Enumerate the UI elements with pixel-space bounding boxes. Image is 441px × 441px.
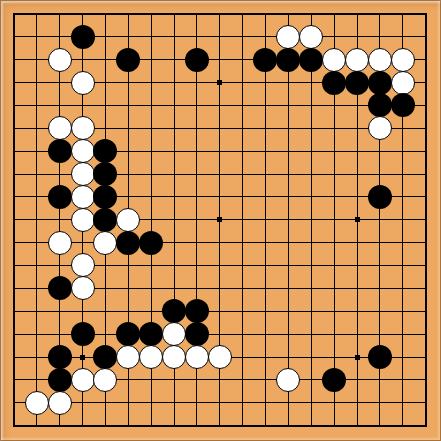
intersection[interactable] [277, 3, 300, 26]
intersection[interactable] [185, 71, 208, 94]
intersection[interactable] [414, 185, 437, 208]
intersection[interactable] [94, 368, 117, 391]
intersection[interactable] [254, 391, 277, 414]
intersection[interactable] [71, 323, 94, 346]
intersection[interactable] [277, 277, 300, 300]
intersection[interactable] [94, 185, 117, 208]
intersection[interactable] [231, 25, 254, 48]
intersection[interactable] [25, 277, 48, 300]
intersection[interactable] [277, 140, 300, 163]
intersection[interactable] [254, 300, 277, 323]
intersection[interactable] [323, 345, 346, 368]
intersection[interactable] [185, 117, 208, 140]
intersection[interactable] [48, 231, 71, 254]
intersection[interactable] [368, 414, 391, 437]
intersection[interactable] [3, 277, 26, 300]
intersection[interactable] [345, 323, 368, 346]
intersection[interactable] [391, 25, 414, 48]
intersection[interactable] [323, 231, 346, 254]
intersection[interactable] [208, 48, 231, 71]
intersection[interactable] [300, 231, 323, 254]
intersection[interactable] [71, 391, 94, 414]
intersection[interactable] [25, 368, 48, 391]
intersection[interactable] [254, 323, 277, 346]
intersection[interactable] [208, 25, 231, 48]
intersection[interactable] [300, 94, 323, 117]
intersection[interactable] [140, 323, 163, 346]
intersection[interactable] [140, 345, 163, 368]
intersection[interactable] [117, 140, 140, 163]
intersection[interactable] [140, 414, 163, 437]
intersection[interactable] [323, 140, 346, 163]
intersection[interactable] [25, 71, 48, 94]
intersection[interactable] [300, 48, 323, 71]
intersection[interactable] [414, 391, 437, 414]
intersection[interactable] [300, 208, 323, 231]
intersection[interactable] [94, 117, 117, 140]
intersection[interactable] [3, 48, 26, 71]
intersection[interactable] [414, 94, 437, 117]
intersection[interactable] [25, 140, 48, 163]
intersection[interactable] [185, 25, 208, 48]
intersection[interactable] [140, 140, 163, 163]
intersection[interactable] [117, 208, 140, 231]
intersection[interactable] [231, 345, 254, 368]
intersection[interactable] [163, 277, 186, 300]
intersection[interactable] [163, 231, 186, 254]
intersection[interactable] [94, 254, 117, 277]
intersection[interactable] [277, 323, 300, 346]
intersection[interactable] [391, 300, 414, 323]
intersection[interactable] [140, 208, 163, 231]
intersection[interactable] [368, 140, 391, 163]
intersection[interactable] [345, 163, 368, 186]
intersection[interactable] [3, 414, 26, 437]
intersection[interactable] [185, 163, 208, 186]
intersection[interactable] [117, 25, 140, 48]
intersection[interactable] [208, 163, 231, 186]
intersection[interactable] [163, 391, 186, 414]
intersection[interactable] [163, 368, 186, 391]
intersection[interactable] [323, 368, 346, 391]
intersection[interactable] [414, 300, 437, 323]
intersection[interactable] [48, 3, 71, 26]
intersection[interactable] [71, 25, 94, 48]
intersection[interactable] [163, 71, 186, 94]
intersection[interactable] [368, 25, 391, 48]
intersection[interactable] [368, 231, 391, 254]
intersection[interactable] [94, 3, 117, 26]
intersection[interactable] [231, 48, 254, 71]
intersection[interactable] [71, 163, 94, 186]
intersection[interactable] [163, 163, 186, 186]
intersection[interactable] [3, 163, 26, 186]
intersection[interactable] [300, 3, 323, 26]
intersection[interactable] [254, 48, 277, 71]
intersection[interactable] [300, 368, 323, 391]
intersection[interactable] [185, 323, 208, 346]
intersection[interactable] [185, 368, 208, 391]
intersection[interactable] [277, 254, 300, 277]
intersection[interactable] [163, 300, 186, 323]
intersection[interactable] [323, 185, 346, 208]
intersection[interactable] [345, 368, 368, 391]
intersection[interactable] [163, 94, 186, 117]
intersection[interactable] [94, 94, 117, 117]
intersection[interactable] [140, 163, 163, 186]
intersection[interactable] [185, 208, 208, 231]
intersection[interactable] [208, 391, 231, 414]
intersection[interactable] [208, 323, 231, 346]
intersection[interactable] [368, 300, 391, 323]
intersection[interactable] [323, 254, 346, 277]
intersection[interactable] [391, 254, 414, 277]
intersection[interactable] [48, 277, 71, 300]
intersection[interactable] [140, 71, 163, 94]
intersection[interactable] [391, 185, 414, 208]
intersection[interactable] [48, 254, 71, 277]
intersection[interactable] [277, 71, 300, 94]
intersection[interactable] [231, 323, 254, 346]
intersection[interactable] [71, 277, 94, 300]
intersection[interactable] [3, 368, 26, 391]
intersection[interactable] [414, 48, 437, 71]
intersection[interactable] [323, 163, 346, 186]
intersection[interactable] [185, 277, 208, 300]
intersection[interactable] [3, 140, 26, 163]
intersection[interactable] [323, 48, 346, 71]
intersection[interactable] [208, 185, 231, 208]
intersection[interactable] [185, 94, 208, 117]
intersection[interactable] [345, 140, 368, 163]
intersection[interactable] [414, 140, 437, 163]
intersection[interactable] [48, 140, 71, 163]
intersection[interactable] [254, 71, 277, 94]
intersection[interactable] [277, 94, 300, 117]
intersection[interactable] [231, 368, 254, 391]
intersection[interactable] [117, 71, 140, 94]
intersection[interactable] [391, 117, 414, 140]
intersection[interactable] [163, 117, 186, 140]
intersection[interactable] [300, 323, 323, 346]
intersection[interactable] [231, 300, 254, 323]
intersection[interactable] [414, 71, 437, 94]
intersection[interactable] [277, 368, 300, 391]
intersection[interactable] [300, 277, 323, 300]
intersection[interactable] [368, 208, 391, 231]
intersection[interactable] [140, 185, 163, 208]
intersection[interactable] [300, 117, 323, 140]
intersection[interactable] [414, 163, 437, 186]
intersection[interactable] [94, 231, 117, 254]
intersection[interactable] [300, 140, 323, 163]
intersection[interactable] [48, 323, 71, 346]
intersection[interactable] [345, 3, 368, 26]
intersection[interactable] [323, 3, 346, 26]
intersection[interactable] [414, 414, 437, 437]
intersection[interactable] [3, 71, 26, 94]
intersection[interactable] [345, 414, 368, 437]
intersection[interactable] [231, 94, 254, 117]
intersection[interactable] [117, 163, 140, 186]
intersection[interactable] [3, 323, 26, 346]
intersection[interactable] [25, 94, 48, 117]
intersection[interactable] [71, 300, 94, 323]
intersection[interactable] [48, 163, 71, 186]
intersection[interactable] [94, 414, 117, 437]
intersection[interactable] [368, 48, 391, 71]
intersection[interactable] [323, 208, 346, 231]
intersection[interactable] [117, 368, 140, 391]
intersection[interactable] [208, 140, 231, 163]
intersection[interactable] [414, 368, 437, 391]
intersection[interactable] [25, 231, 48, 254]
intersection[interactable] [117, 231, 140, 254]
intersection[interactable] [140, 3, 163, 26]
intersection[interactable] [25, 163, 48, 186]
intersection[interactable] [163, 208, 186, 231]
intersection[interactable] [48, 368, 71, 391]
intersection[interactable] [94, 208, 117, 231]
intersection[interactable] [25, 391, 48, 414]
intersection[interactable] [277, 300, 300, 323]
intersection[interactable] [300, 300, 323, 323]
intersection[interactable] [323, 391, 346, 414]
intersection[interactable] [231, 163, 254, 186]
intersection[interactable] [391, 71, 414, 94]
intersection[interactable] [391, 277, 414, 300]
intersection[interactable] [94, 48, 117, 71]
intersection[interactable] [231, 140, 254, 163]
intersection[interactable] [94, 345, 117, 368]
intersection[interactable] [140, 117, 163, 140]
intersection[interactable] [48, 94, 71, 117]
intersection[interactable] [254, 277, 277, 300]
intersection[interactable] [368, 3, 391, 26]
intersection[interactable] [345, 345, 368, 368]
intersection[interactable] [414, 208, 437, 231]
intersection[interactable] [71, 208, 94, 231]
intersection[interactable] [25, 185, 48, 208]
intersection[interactable] [208, 254, 231, 277]
intersection[interactable] [140, 231, 163, 254]
intersection[interactable] [140, 277, 163, 300]
intersection[interactable] [3, 391, 26, 414]
intersection[interactable] [25, 300, 48, 323]
intersection[interactable] [117, 323, 140, 346]
intersection[interactable] [185, 231, 208, 254]
intersection[interactable] [254, 163, 277, 186]
intersection[interactable] [368, 368, 391, 391]
intersection[interactable] [345, 208, 368, 231]
intersection[interactable] [208, 368, 231, 391]
intersection[interactable] [3, 231, 26, 254]
intersection[interactable] [140, 94, 163, 117]
intersection[interactable] [163, 25, 186, 48]
intersection[interactable] [300, 345, 323, 368]
intersection[interactable] [25, 117, 48, 140]
intersection[interactable] [208, 300, 231, 323]
intersection[interactable] [391, 48, 414, 71]
intersection[interactable] [25, 345, 48, 368]
intersection[interactable] [185, 345, 208, 368]
intersection[interactable] [414, 323, 437, 346]
intersection[interactable] [117, 254, 140, 277]
intersection[interactable] [368, 345, 391, 368]
intersection[interactable] [368, 163, 391, 186]
intersection[interactable] [208, 277, 231, 300]
intersection[interactable] [254, 345, 277, 368]
intersection[interactable] [231, 414, 254, 437]
intersection[interactable] [414, 25, 437, 48]
intersection[interactable] [277, 231, 300, 254]
intersection[interactable] [163, 3, 186, 26]
intersection[interactable] [3, 94, 26, 117]
intersection[interactable] [300, 25, 323, 48]
intersection[interactable] [254, 117, 277, 140]
intersection[interactable] [117, 117, 140, 140]
intersection[interactable] [94, 25, 117, 48]
intersection[interactable] [323, 277, 346, 300]
intersection[interactable] [368, 71, 391, 94]
intersection[interactable] [3, 117, 26, 140]
intersection[interactable] [254, 208, 277, 231]
intersection[interactable] [3, 345, 26, 368]
intersection[interactable] [25, 48, 48, 71]
intersection[interactable] [345, 391, 368, 414]
intersection[interactable] [345, 231, 368, 254]
intersection[interactable] [94, 71, 117, 94]
intersection[interactable] [391, 94, 414, 117]
intersection[interactable] [117, 277, 140, 300]
intersection[interactable] [368, 185, 391, 208]
intersection[interactable] [414, 254, 437, 277]
intersection[interactable] [391, 163, 414, 186]
intersection[interactable] [48, 414, 71, 437]
intersection[interactable] [94, 163, 117, 186]
intersection[interactable] [48, 117, 71, 140]
intersection[interactable] [3, 185, 26, 208]
intersection[interactable] [185, 300, 208, 323]
intersection[interactable] [391, 3, 414, 26]
intersection[interactable] [117, 185, 140, 208]
intersection[interactable] [117, 300, 140, 323]
intersection[interactable] [163, 140, 186, 163]
intersection[interactable] [3, 25, 26, 48]
intersection[interactable] [25, 254, 48, 277]
intersection[interactable] [208, 414, 231, 437]
intersection[interactable] [163, 345, 186, 368]
intersection[interactable] [277, 48, 300, 71]
intersection[interactable] [277, 345, 300, 368]
intersection[interactable] [71, 117, 94, 140]
intersection[interactable] [71, 254, 94, 277]
intersection[interactable] [414, 345, 437, 368]
intersection[interactable] [208, 345, 231, 368]
intersection[interactable] [345, 185, 368, 208]
intersection[interactable] [140, 254, 163, 277]
intersection[interactable] [391, 323, 414, 346]
intersection[interactable] [391, 368, 414, 391]
intersection[interactable] [277, 25, 300, 48]
intersection[interactable] [94, 140, 117, 163]
intersection[interactable] [300, 185, 323, 208]
intersection[interactable] [185, 414, 208, 437]
intersection[interactable] [117, 3, 140, 26]
intersection[interactable] [254, 3, 277, 26]
intersection[interactable] [117, 414, 140, 437]
intersection[interactable] [163, 414, 186, 437]
intersection[interactable] [140, 300, 163, 323]
intersection[interactable] [163, 185, 186, 208]
intersection[interactable] [208, 208, 231, 231]
intersection[interactable] [254, 94, 277, 117]
intersection[interactable] [391, 414, 414, 437]
intersection[interactable] [185, 254, 208, 277]
intersection[interactable] [231, 117, 254, 140]
intersection[interactable] [254, 368, 277, 391]
intersection[interactable] [185, 3, 208, 26]
intersection[interactable] [71, 185, 94, 208]
intersection[interactable] [414, 3, 437, 26]
intersection[interactable] [391, 231, 414, 254]
intersection[interactable] [368, 323, 391, 346]
intersection[interactable] [254, 140, 277, 163]
intersection[interactable] [208, 3, 231, 26]
intersection[interactable] [231, 3, 254, 26]
intersection[interactable] [323, 94, 346, 117]
intersection[interactable] [231, 208, 254, 231]
intersection[interactable] [3, 208, 26, 231]
intersection[interactable] [323, 117, 346, 140]
intersection[interactable] [48, 48, 71, 71]
intersection[interactable] [94, 323, 117, 346]
intersection[interactable] [254, 231, 277, 254]
intersection[interactable] [117, 345, 140, 368]
intersection[interactable] [71, 345, 94, 368]
intersection[interactable] [231, 277, 254, 300]
intersection[interactable] [368, 254, 391, 277]
intersection[interactable] [208, 231, 231, 254]
intersection[interactable] [208, 117, 231, 140]
intersection[interactable] [345, 71, 368, 94]
intersection[interactable] [368, 277, 391, 300]
intersection[interactable] [48, 185, 71, 208]
intersection[interactable] [3, 3, 26, 26]
intersection[interactable] [48, 208, 71, 231]
intersection[interactable] [25, 414, 48, 437]
intersection[interactable] [71, 94, 94, 117]
intersection[interactable] [231, 254, 254, 277]
intersection[interactable] [25, 323, 48, 346]
intersection[interactable] [323, 25, 346, 48]
intersection[interactable] [414, 231, 437, 254]
intersection[interactable] [231, 185, 254, 208]
intersection[interactable] [71, 231, 94, 254]
intersection[interactable] [368, 117, 391, 140]
intersection[interactable] [300, 163, 323, 186]
intersection[interactable] [208, 94, 231, 117]
intersection[interactable] [300, 71, 323, 94]
intersection[interactable] [71, 48, 94, 71]
intersection[interactable] [323, 414, 346, 437]
intersection[interactable] [277, 163, 300, 186]
intersection[interactable] [254, 185, 277, 208]
intersection[interactable] [368, 94, 391, 117]
intersection[interactable] [323, 300, 346, 323]
intersection[interactable] [94, 300, 117, 323]
intersection[interactable] [140, 391, 163, 414]
